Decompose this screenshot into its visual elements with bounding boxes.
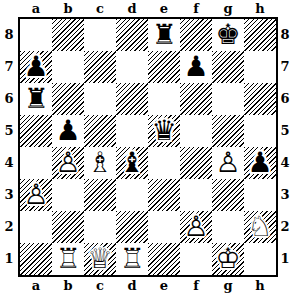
file-label-e: e: [148, 277, 180, 295]
piece-outline: ♗: [84, 147, 116, 179]
square-f5[interactable]: [180, 115, 212, 147]
square-b2[interactable]: [52, 211, 84, 243]
white-knight-h2[interactable]: ♞♘: [244, 211, 276, 243]
piece-outline: ♕: [84, 243, 116, 275]
square-e8[interactable]: ♜: [148, 19, 180, 51]
rank-label-4: 4: [278, 147, 292, 179]
square-h1[interactable]: [244, 243, 276, 275]
file-label-c: c: [84, 0, 116, 17]
square-f1[interactable]: [180, 243, 212, 275]
square-h2[interactable]: ♞♘: [244, 211, 276, 243]
file-label-g: g: [212, 0, 244, 17]
square-h8[interactable]: [244, 19, 276, 51]
square-f8[interactable]: [180, 19, 212, 51]
rank-label-3: 3: [0, 179, 18, 211]
white-pawn-b4[interactable]: ♟♙: [52, 147, 84, 179]
square-f7[interactable]: ♟: [180, 51, 212, 83]
file-label-c: c: [84, 277, 116, 295]
square-d3[interactable]: [116, 179, 148, 211]
square-e7[interactable]: [148, 51, 180, 83]
piece-outline: ♘: [244, 211, 276, 243]
square-h3[interactable]: [244, 179, 276, 211]
rank-label-6: 6: [278, 83, 292, 115]
square-a3[interactable]: ♟♙: [20, 179, 52, 211]
black-queen-e5[interactable]: ♛: [148, 115, 180, 147]
rank-label-1: 1: [0, 243, 18, 275]
white-rook-d1[interactable]: ♜♖: [116, 243, 148, 275]
black-pawn-b5[interactable]: ♟: [52, 115, 84, 147]
square-e6[interactable]: [148, 83, 180, 115]
file-label-a: a: [20, 277, 52, 295]
black-pawn-f7[interactable]: ♟: [180, 51, 212, 83]
square-c6[interactable]: [84, 83, 116, 115]
square-b4[interactable]: ♟♙: [52, 147, 84, 179]
square-f4[interactable]: [180, 147, 212, 179]
black-pawn-h4[interactable]: ♟: [244, 147, 276, 179]
file-label-h: h: [244, 0, 276, 17]
file-label-f: f: [180, 0, 212, 17]
black-bishop-d4[interactable]: ♝: [116, 147, 148, 179]
square-d4[interactable]: ♝: [116, 147, 148, 179]
square-b8[interactable]: [52, 19, 84, 51]
square-f3[interactable]: [180, 179, 212, 211]
rank-label-7: 7: [0, 51, 18, 83]
white-pawn-f2[interactable]: ♟♙: [180, 211, 212, 243]
square-h7[interactable]: [244, 51, 276, 83]
square-b5[interactable]: ♟: [52, 115, 84, 147]
square-g1[interactable]: ♚♔: [212, 243, 244, 275]
rank-label-2: 2: [278, 211, 292, 243]
file-label-d: d: [116, 0, 148, 17]
file-label-d: d: [116, 277, 148, 295]
black-king-g8[interactable]: ♚: [212, 19, 244, 51]
rank-label-3: 3: [278, 179, 292, 211]
piece-outline: ♙: [52, 147, 84, 179]
square-c1[interactable]: ♛♕: [84, 243, 116, 275]
file-label-f: f: [180, 277, 212, 295]
square-b6[interactable]: [52, 83, 84, 115]
piece-outline: ♙: [20, 179, 52, 211]
square-e4[interactable]: [148, 147, 180, 179]
square-h4[interactable]: ♟: [244, 147, 276, 179]
file-label-a: a: [20, 0, 52, 17]
square-a8[interactable]: [20, 19, 52, 51]
square-c2[interactable]: [84, 211, 116, 243]
black-rook-a6[interactable]: ♜: [20, 83, 52, 115]
square-g4[interactable]: ♟♙: [212, 147, 244, 179]
square-c4[interactable]: ♝♗: [84, 147, 116, 179]
white-pawn-g4[interactable]: ♟♙: [212, 147, 244, 179]
rank-label-5: 5: [0, 115, 18, 147]
square-g7[interactable]: [212, 51, 244, 83]
square-d2[interactable]: [116, 211, 148, 243]
square-g6[interactable]: [212, 83, 244, 115]
file-labels-top: abcdefgh: [20, 0, 276, 17]
rank-label-8: 8: [278, 19, 292, 51]
square-a7[interactable]: ♟: [20, 51, 52, 83]
square-g8[interactable]: ♚: [212, 19, 244, 51]
white-bishop-c4[interactable]: ♝♗: [84, 147, 116, 179]
file-labels-bottom: abcdefgh: [20, 277, 276, 295]
black-rook-e8[interactable]: ♜: [148, 19, 180, 51]
square-d5[interactable]: [116, 115, 148, 147]
rank-label-1: 1: [278, 243, 292, 275]
file-label-g: g: [212, 277, 244, 295]
white-king-g1[interactable]: ♚♔: [212, 243, 244, 275]
rank-label-2: 2: [0, 211, 18, 243]
square-a6[interactable]: ♜: [20, 83, 52, 115]
white-rook-b1[interactable]: ♜♖: [52, 243, 84, 275]
square-b3[interactable]: [52, 179, 84, 211]
rank-label-4: 4: [0, 147, 18, 179]
piece-outline: ♖: [116, 243, 148, 275]
rank-label-7: 7: [278, 51, 292, 83]
rank-label-5: 5: [278, 115, 292, 147]
square-b7[interactable]: [52, 51, 84, 83]
square-b1[interactable]: ♜♖: [52, 243, 84, 275]
square-a1[interactable]: [20, 243, 52, 275]
square-c3[interactable]: [84, 179, 116, 211]
square-g5[interactable]: [212, 115, 244, 147]
piece-outline: ♔: [212, 243, 244, 275]
square-a4[interactable]: [20, 147, 52, 179]
file-label-b: b: [52, 0, 84, 17]
rank-label-6: 6: [0, 83, 18, 115]
square-e5[interactable]: ♛: [148, 115, 180, 147]
square-c8[interactable]: [84, 19, 116, 51]
board: ♜♚♟♟♜♟♛♟♙♝♗♝♟♙♟♟♙♟♙♞♘♜♖♛♕♜♖♚♔: [18, 17, 278, 277]
piece-outline: ♖: [52, 243, 84, 275]
black-pawn-a7[interactable]: ♟: [20, 51, 52, 83]
square-g3[interactable]: [212, 179, 244, 211]
rank-labels-left: 87654321: [0, 19, 18, 275]
square-f6[interactable]: [180, 83, 212, 115]
rank-labels-right: 87654321: [278, 19, 292, 275]
square-d6[interactable]: [116, 83, 148, 115]
square-f2[interactable]: ♟♙: [180, 211, 212, 243]
square-e3[interactable]: [148, 179, 180, 211]
chess-diagram: abcdefgh 87654321 ♜♚♟♟♜♟♛♟♙♝♗♝♟♙♟♟♙♟♙♞♘♜…: [0, 0, 292, 295]
square-h5[interactable]: [244, 115, 276, 147]
square-e2[interactable]: [148, 211, 180, 243]
piece-outline: ♙: [212, 147, 244, 179]
piece-outline: ♙: [180, 211, 212, 243]
square-d7[interactable]: [116, 51, 148, 83]
square-g2[interactable]: [212, 211, 244, 243]
square-c7[interactable]: [84, 51, 116, 83]
rank-label-8: 8: [0, 19, 18, 51]
square-a2[interactable]: [20, 211, 52, 243]
file-label-b: b: [52, 277, 84, 295]
file-label-h: h: [244, 277, 276, 295]
square-d8[interactable]: [116, 19, 148, 51]
white-pawn-a3[interactable]: ♟♙: [20, 179, 52, 211]
square-e1[interactable]: [148, 243, 180, 275]
white-queen-c1[interactable]: ♛♕: [84, 243, 116, 275]
file-label-e: e: [148, 0, 180, 17]
square-h6[interactable]: [244, 83, 276, 115]
square-a5[interactable]: [20, 115, 52, 147]
square-d1[interactable]: ♜♖: [116, 243, 148, 275]
square-c5[interactable]: [84, 115, 116, 147]
